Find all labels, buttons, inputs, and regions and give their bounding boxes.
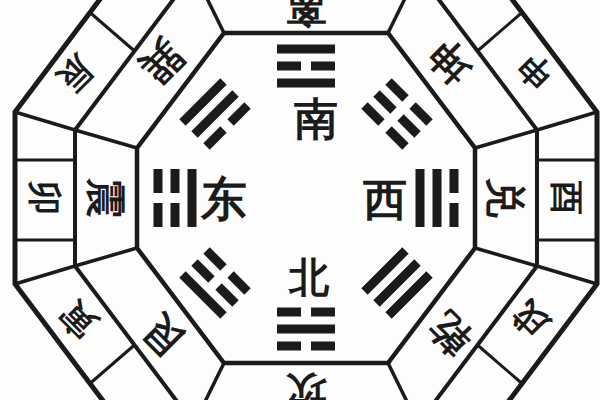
trigram-line <box>277 325 335 334</box>
trigram-line <box>277 308 301 317</box>
divider-line <box>15 112 75 130</box>
trigram-line <box>373 90 396 113</box>
divider-line <box>194 363 224 400</box>
trigram-line <box>227 271 250 294</box>
trigram-line <box>277 45 335 54</box>
divider-line <box>15 266 75 284</box>
direction-north: 北 <box>288 254 330 300</box>
divider-line <box>478 345 523 384</box>
divider-line <box>478 13 523 52</box>
trigram-line <box>277 62 301 71</box>
trigram-line <box>203 247 226 270</box>
trigram-line <box>277 342 301 351</box>
trigram-line <box>373 259 420 306</box>
ring-name-dui-west: 兑 <box>483 177 529 218</box>
divider-line <box>75 248 137 266</box>
trigram-kan-north <box>277 308 335 351</box>
ring-name-zhen-east: 震 <box>83 177 129 218</box>
divider-line <box>388 363 418 400</box>
divider-line <box>90 345 135 384</box>
bagua-board: 离 坤 兑 乾 坎 艮 震 巽 卯 辰 申 酉 戌 寅 南 东 西 北 <box>0 0 600 400</box>
ring-name-li-south: 离 <box>286 0 326 31</box>
direction-west: 西 <box>362 174 407 225</box>
trigram-line <box>311 308 335 317</box>
trigram-line <box>311 62 335 71</box>
divider-line <box>537 112 597 130</box>
trigram-line <box>154 169 163 193</box>
trigram-line <box>450 169 459 193</box>
divider-line <box>388 0 418 33</box>
trigram-line <box>188 169 197 227</box>
trigram-line <box>311 342 335 351</box>
trigram-name-ring: 离 坤 兑 乾 坎 艮 震 巽 <box>83 0 529 400</box>
direction-south: 南 <box>294 93 338 144</box>
trigram-gen-northeast <box>179 247 250 318</box>
divider-line <box>194 0 224 33</box>
bagua-compass-svg: 离 坤 兑 乾 坎 艮 震 巽 卯 辰 申 酉 戌 寅 南 东 西 北 <box>0 0 600 400</box>
trigram-line <box>361 247 408 294</box>
trigram-kun-southwest <box>361 78 432 149</box>
trigram-line <box>397 114 420 137</box>
trigram-dui-west <box>416 169 459 227</box>
trigram-line <box>433 169 442 227</box>
direction-labels: 南 东 西 北 <box>200 93 407 301</box>
trigram-line <box>171 169 180 193</box>
trigram-line <box>361 102 384 125</box>
trigram-zhen-east <box>154 169 197 227</box>
trigram-line <box>203 126 226 149</box>
divider-line <box>90 13 135 52</box>
trigram-line <box>416 169 425 227</box>
trigram-qian-northwest <box>361 247 432 318</box>
divider-line <box>475 248 537 266</box>
trigram-line <box>385 78 408 101</box>
trigram-line <box>191 259 214 282</box>
trigram-line <box>227 102 250 125</box>
trigram-line <box>409 102 432 125</box>
trigram-line <box>171 203 180 227</box>
trigram-li-south <box>277 45 335 88</box>
branch-mao-east: 卯 <box>25 180 65 215</box>
direction-east: 东 <box>200 172 247 226</box>
branch-xu-wnw: 戌 <box>505 294 558 347</box>
trigram-line <box>215 283 238 306</box>
trigram-line <box>277 79 335 88</box>
trigram-symbols <box>154 45 459 351</box>
trigram-line <box>450 203 459 227</box>
divider-line <box>475 130 537 148</box>
trigram-line <box>154 203 163 227</box>
trigram-xun-southeast <box>179 78 250 149</box>
trigram-line <box>385 126 408 149</box>
branch-yin-ene: 寅 <box>52 294 104 346</box>
divider-line <box>75 130 137 148</box>
branch-you-west: 酉 <box>547 180 587 215</box>
divider-line <box>537 266 597 284</box>
trigram-line <box>191 90 238 137</box>
ring-name-kan-north: 坎 <box>285 369 328 400</box>
